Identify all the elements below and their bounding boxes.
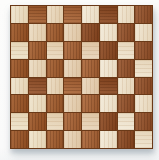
- square-d4[interactable]: [64, 78, 81, 95]
- square-g2[interactable]: [118, 113, 135, 130]
- square-a7[interactable]: [11, 24, 28, 41]
- square-g8[interactable]: [118, 6, 135, 23]
- square-c2[interactable]: [47, 113, 64, 130]
- square-b3[interactable]: [29, 95, 46, 112]
- square-h4[interactable]: [135, 78, 152, 95]
- square-d1[interactable]: [64, 131, 81, 148]
- square-a1[interactable]: [11, 131, 28, 148]
- square-b4[interactable]: [29, 78, 46, 95]
- square-e5[interactable]: [82, 60, 99, 77]
- square-c1[interactable]: [47, 131, 64, 148]
- square-e8[interactable]: [82, 6, 99, 23]
- square-h7[interactable]: [135, 24, 152, 41]
- square-f4[interactable]: [100, 78, 117, 95]
- square-c8[interactable]: [47, 6, 64, 23]
- square-c7[interactable]: [47, 24, 64, 41]
- square-e4[interactable]: [82, 78, 99, 95]
- square-f8[interactable]: [100, 6, 117, 23]
- square-b6[interactable]: [29, 42, 46, 59]
- square-b5[interactable]: [29, 60, 46, 77]
- square-c5[interactable]: [47, 60, 64, 77]
- square-e6[interactable]: [82, 42, 99, 59]
- square-b7[interactable]: [29, 24, 46, 41]
- square-a6[interactable]: [11, 42, 28, 59]
- chess-board: [10, 5, 153, 149]
- square-g6[interactable]: [118, 42, 135, 59]
- square-e1[interactable]: [82, 131, 99, 148]
- square-g4[interactable]: [118, 78, 135, 95]
- square-a8[interactable]: [11, 6, 28, 23]
- square-h3[interactable]: [135, 95, 152, 112]
- square-a2[interactable]: [11, 113, 28, 130]
- square-d3[interactable]: [64, 95, 81, 112]
- square-c3[interactable]: [47, 95, 64, 112]
- square-f7[interactable]: [100, 24, 117, 41]
- square-a4[interactable]: [11, 78, 28, 95]
- square-e7[interactable]: [82, 24, 99, 41]
- square-h5[interactable]: [135, 60, 152, 77]
- square-f1[interactable]: [100, 131, 117, 148]
- square-d2[interactable]: [64, 113, 81, 130]
- square-f5[interactable]: [100, 60, 117, 77]
- square-g5[interactable]: [118, 60, 135, 77]
- square-f2[interactable]: [100, 113, 117, 130]
- square-b2[interactable]: [29, 113, 46, 130]
- square-a5[interactable]: [11, 60, 28, 77]
- board-photo-background: [0, 0, 159, 160]
- square-g3[interactable]: [118, 95, 135, 112]
- square-c6[interactable]: [47, 42, 64, 59]
- square-g7[interactable]: [118, 24, 135, 41]
- square-a3[interactable]: [11, 95, 28, 112]
- square-c4[interactable]: [47, 78, 64, 95]
- square-h8[interactable]: [135, 6, 152, 23]
- square-h1[interactable]: [135, 131, 152, 148]
- square-e3[interactable]: [82, 95, 99, 112]
- square-f6[interactable]: [100, 42, 117, 59]
- square-d7[interactable]: [64, 24, 81, 41]
- square-d6[interactable]: [64, 42, 81, 59]
- square-b8[interactable]: [29, 6, 46, 23]
- square-h2[interactable]: [135, 113, 152, 130]
- square-g1[interactable]: [118, 131, 135, 148]
- square-e2[interactable]: [82, 113, 99, 130]
- square-f3[interactable]: [100, 95, 117, 112]
- square-d8[interactable]: [64, 6, 81, 23]
- square-d5[interactable]: [64, 60, 81, 77]
- square-b1[interactable]: [29, 131, 46, 148]
- square-h6[interactable]: [135, 42, 152, 59]
